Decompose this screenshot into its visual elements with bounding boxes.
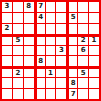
- cell-r9c6[interactable]: [56, 89, 66, 99]
- cell-r1c8[interactable]: [78, 2, 88, 12]
- cell-r5c8: 6: [78, 46, 88, 56]
- cell-r8c2[interactable]: [13, 78, 23, 88]
- cell-r2c6[interactable]: [56, 13, 66, 23]
- cell-r6c2[interactable]: [13, 56, 23, 66]
- cell-r6c6[interactable]: [56, 56, 66, 66]
- cell-r5c9[interactable]: [89, 46, 99, 56]
- cell-r6c3[interactable]: [24, 56, 34, 66]
- cell-r9c9[interactable]: [89, 89, 99, 99]
- sudoku-board: 38745252136821587: [0, 0, 101, 101]
- cell-r1c9[interactable]: [89, 2, 99, 12]
- cell-r2c5[interactable]: [46, 13, 56, 23]
- cell-r3c4[interactable]: [35, 24, 45, 34]
- cell-r2c7: 5: [67, 13, 77, 23]
- cell-r8c3[interactable]: [24, 78, 34, 88]
- cell-r4c9: 1: [89, 35, 99, 45]
- cell-r7c8: 5: [78, 67, 88, 77]
- cell-r5c1[interactable]: [2, 46, 12, 56]
- cell-r8c6[interactable]: [56, 78, 66, 88]
- cell-r1c7[interactable]: [67, 2, 77, 12]
- cell-r8c8[interactable]: [78, 78, 88, 88]
- cell-r7c1[interactable]: [2, 67, 12, 77]
- cell-r7c2: 2: [13, 67, 23, 77]
- cell-r5c4[interactable]: [35, 46, 45, 56]
- cell-r3c9[interactable]: [89, 24, 99, 34]
- cell-r3c5[interactable]: [46, 24, 56, 34]
- cell-r5c5[interactable]: [46, 46, 56, 56]
- cell-r5c2[interactable]: [13, 46, 23, 56]
- cell-r2c1[interactable]: [2, 13, 12, 23]
- cell-r9c2[interactable]: [13, 89, 23, 99]
- cell-r8c9[interactable]: [89, 78, 99, 88]
- cell-r6c4: 8: [35, 56, 45, 66]
- cell-r4c8: 2: [78, 35, 88, 45]
- cell-r9c4[interactable]: [35, 89, 45, 99]
- cell-r8c7: 8: [67, 78, 77, 88]
- cell-r7c4[interactable]: [35, 67, 45, 77]
- cell-r7c3[interactable]: [24, 67, 34, 77]
- cell-r4c7[interactable]: [67, 35, 77, 45]
- cell-r3c6[interactable]: [56, 24, 66, 34]
- cell-r5c6: 3: [56, 46, 66, 56]
- cell-r7c6[interactable]: [56, 67, 66, 77]
- cell-r4c6[interactable]: [56, 35, 66, 45]
- cell-r8c5[interactable]: [46, 78, 56, 88]
- cell-r4c4[interactable]: [35, 35, 45, 45]
- cell-r3c7[interactable]: [67, 24, 77, 34]
- cell-r2c4: 4: [35, 13, 45, 23]
- cell-r8c1[interactable]: [2, 78, 12, 88]
- cell-r6c9[interactable]: [89, 56, 99, 66]
- cell-r3c8[interactable]: [78, 24, 88, 34]
- cell-r9c8[interactable]: [78, 89, 88, 99]
- cell-r4c2: 5: [13, 35, 23, 45]
- cell-r1c5[interactable]: [46, 2, 56, 12]
- cell-r3c1: 2: [2, 24, 12, 34]
- cell-r9c3[interactable]: [24, 89, 34, 99]
- cell-r1c3: 8: [24, 2, 34, 12]
- cell-r4c5[interactable]: [46, 35, 56, 45]
- cell-r1c1: 3: [2, 2, 12, 12]
- cell-r9c1[interactable]: [2, 89, 12, 99]
- cell-r2c9[interactable]: [89, 13, 99, 23]
- cell-r4c3[interactable]: [24, 35, 34, 45]
- cell-r9c5[interactable]: [46, 89, 56, 99]
- cell-r1c2[interactable]: [13, 2, 23, 12]
- cell-r5c3[interactable]: [24, 46, 34, 56]
- cell-r6c5[interactable]: [46, 56, 56, 66]
- cell-r6c7[interactable]: [67, 56, 77, 66]
- cell-r2c8[interactable]: [78, 13, 88, 23]
- cell-r7c9[interactable]: [89, 67, 99, 77]
- cell-r6c1[interactable]: [2, 56, 12, 66]
- cell-r7c5: 1: [46, 67, 56, 77]
- cell-r3c3[interactable]: [24, 24, 34, 34]
- cell-r1c6[interactable]: [56, 2, 66, 12]
- cell-r6c8[interactable]: [78, 56, 88, 66]
- cell-r5c7[interactable]: [67, 46, 77, 56]
- cell-r2c3[interactable]: [24, 13, 34, 23]
- cell-r1c4: 7: [35, 2, 45, 12]
- cell-r8c4[interactable]: [35, 78, 45, 88]
- cell-r3c2[interactable]: [13, 24, 23, 34]
- cell-r9c7: 7: [67, 89, 77, 99]
- cell-r7c7[interactable]: [67, 67, 77, 77]
- cell-r4c1[interactable]: [2, 35, 12, 45]
- cell-r2c2[interactable]: [13, 13, 23, 23]
